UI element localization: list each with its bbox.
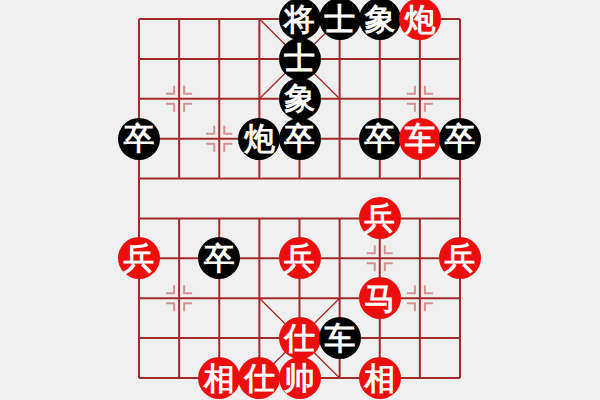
black-soldier[interactable]: 卒 bbox=[439, 118, 481, 160]
black-advisor[interactable]: 士 bbox=[319, 0, 361, 40]
black-soldier[interactable]: 卒 bbox=[279, 118, 321, 160]
red-soldier[interactable]: 兵 bbox=[279, 237, 321, 279]
black-general[interactable]: 将 bbox=[279, 0, 321, 40]
red-elephant[interactable]: 相 bbox=[359, 357, 401, 399]
piece-layer: 将士象炮士象卒炮卒卒车卒兵兵卒兵兵马仕车相仕帅相 bbox=[0, 0, 600, 400]
black-soldier[interactable]: 卒 bbox=[198, 237, 240, 279]
red-elephant[interactable]: 相 bbox=[198, 357, 240, 399]
xiangqi-board: 将士象炮士象卒炮卒卒车卒兵兵卒兵兵马仕车相仕帅相 bbox=[0, 0, 600, 400]
black-chariot[interactable]: 车 bbox=[319, 317, 361, 359]
black-elephant[interactable]: 象 bbox=[279, 78, 321, 120]
red-chariot[interactable]: 车 bbox=[399, 118, 441, 160]
black-cannon[interactable]: 炮 bbox=[238, 118, 280, 160]
black-advisor[interactable]: 士 bbox=[279, 38, 321, 80]
red-soldier[interactable]: 兵 bbox=[359, 197, 401, 239]
black-elephant[interactable]: 象 bbox=[359, 0, 401, 40]
red-general[interactable]: 帅 bbox=[279, 357, 321, 399]
black-soldier[interactable]: 卒 bbox=[359, 118, 401, 160]
red-horse[interactable]: 马 bbox=[359, 277, 401, 319]
red-cannon[interactable]: 炮 bbox=[399, 0, 441, 40]
red-advisor[interactable]: 仕 bbox=[279, 317, 321, 359]
red-soldier[interactable]: 兵 bbox=[118, 237, 160, 279]
black-soldier[interactable]: 卒 bbox=[118, 118, 160, 160]
red-soldier[interactable]: 兵 bbox=[439, 237, 481, 279]
red-advisor[interactable]: 仕 bbox=[238, 357, 280, 399]
